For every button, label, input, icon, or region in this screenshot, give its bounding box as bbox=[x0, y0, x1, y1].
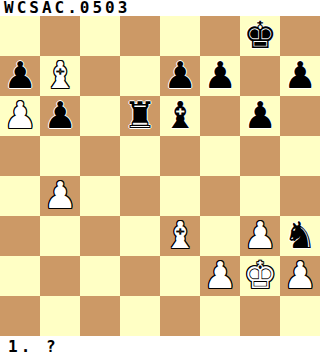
square-g8[interactable]: ♚ bbox=[240, 16, 280, 56]
puzzle-title: WCSAC.0503 bbox=[4, 0, 130, 16]
square-d7[interactable] bbox=[120, 56, 160, 96]
move-prompt: 1. ? bbox=[8, 337, 59, 360]
square-f8[interactable] bbox=[200, 16, 240, 56]
square-e2[interactable] bbox=[160, 256, 200, 296]
black-king: ♚ bbox=[243, 16, 276, 56]
square-b4[interactable]: ♟ bbox=[40, 176, 80, 216]
square-b7[interactable]: ♝ bbox=[40, 56, 80, 96]
square-c2[interactable] bbox=[80, 256, 120, 296]
square-e5[interactable] bbox=[160, 136, 200, 176]
black-pawn: ♟ bbox=[163, 56, 196, 96]
square-a3[interactable] bbox=[0, 216, 40, 256]
white-pawn: ♟ bbox=[283, 256, 316, 296]
square-c3[interactable] bbox=[80, 216, 120, 256]
square-c6[interactable] bbox=[80, 96, 120, 136]
black-rook: ♜ bbox=[123, 96, 156, 136]
square-e7[interactable]: ♟ bbox=[160, 56, 200, 96]
square-b2[interactable] bbox=[40, 256, 80, 296]
square-h5[interactable] bbox=[280, 136, 320, 176]
square-g2[interactable]: ♚ bbox=[240, 256, 280, 296]
square-h4[interactable] bbox=[280, 176, 320, 216]
black-bishop: ♝ bbox=[163, 96, 196, 136]
page: { "game": "chess", "position": "6k1/pB2p… bbox=[0, 0, 320, 360]
square-c1[interactable] bbox=[80, 296, 120, 336]
square-a6[interactable]: ♟ bbox=[0, 96, 40, 136]
square-e1[interactable] bbox=[160, 296, 200, 336]
square-h8[interactable] bbox=[280, 16, 320, 56]
square-g7[interactable] bbox=[240, 56, 280, 96]
square-a4[interactable] bbox=[0, 176, 40, 216]
square-b8[interactable] bbox=[40, 16, 80, 56]
white-bishop: ♝ bbox=[163, 216, 196, 256]
square-c7[interactable] bbox=[80, 56, 120, 96]
square-h6[interactable] bbox=[280, 96, 320, 136]
square-e6[interactable]: ♝ bbox=[160, 96, 200, 136]
square-a5[interactable] bbox=[0, 136, 40, 176]
square-f6[interactable] bbox=[200, 96, 240, 136]
square-h1[interactable] bbox=[280, 296, 320, 336]
square-f5[interactable] bbox=[200, 136, 240, 176]
square-g3[interactable]: ♟ bbox=[240, 216, 280, 256]
square-d4[interactable] bbox=[120, 176, 160, 216]
square-h7[interactable]: ♟ bbox=[280, 56, 320, 96]
square-f1[interactable] bbox=[200, 296, 240, 336]
black-pawn: ♟ bbox=[43, 96, 76, 136]
black-pawn: ♟ bbox=[243, 96, 276, 136]
square-g5[interactable] bbox=[240, 136, 280, 176]
square-d3[interactable] bbox=[120, 216, 160, 256]
square-d1[interactable] bbox=[120, 296, 160, 336]
black-pawn: ♟ bbox=[203, 56, 236, 96]
square-a8[interactable] bbox=[0, 16, 40, 56]
square-h2[interactable]: ♟ bbox=[280, 256, 320, 296]
square-a1[interactable] bbox=[0, 296, 40, 336]
black-knight: ♞ bbox=[283, 216, 316, 256]
white-bishop: ♝ bbox=[43, 56, 76, 96]
white-pawn: ♟ bbox=[243, 216, 276, 256]
square-d6[interactable]: ♜ bbox=[120, 96, 160, 136]
square-e8[interactable] bbox=[160, 16, 200, 56]
square-g1[interactable] bbox=[240, 296, 280, 336]
square-d2[interactable] bbox=[120, 256, 160, 296]
chess-board: ♚♟♝♟♟♟♟♟♜♝♟♟♝♟♞♟♚♟ bbox=[0, 16, 320, 336]
square-a2[interactable] bbox=[0, 256, 40, 296]
white-pawn: ♟ bbox=[3, 96, 36, 136]
square-a7[interactable]: ♟ bbox=[0, 56, 40, 96]
square-c4[interactable] bbox=[80, 176, 120, 216]
square-b3[interactable] bbox=[40, 216, 80, 256]
square-g6[interactable]: ♟ bbox=[240, 96, 280, 136]
square-b6[interactable]: ♟ bbox=[40, 96, 80, 136]
white-king: ♚ bbox=[243, 256, 276, 296]
square-b1[interactable] bbox=[40, 296, 80, 336]
square-c5[interactable] bbox=[80, 136, 120, 176]
square-d5[interactable] bbox=[120, 136, 160, 176]
square-e4[interactable] bbox=[160, 176, 200, 216]
square-b5[interactable] bbox=[40, 136, 80, 176]
square-g4[interactable] bbox=[240, 176, 280, 216]
white-pawn: ♟ bbox=[203, 256, 236, 296]
white-pawn: ♟ bbox=[43, 176, 76, 216]
black-pawn: ♟ bbox=[3, 56, 36, 96]
square-f3[interactable] bbox=[200, 216, 240, 256]
square-h3[interactable]: ♞ bbox=[280, 216, 320, 256]
square-f2[interactable]: ♟ bbox=[200, 256, 240, 296]
square-f4[interactable] bbox=[200, 176, 240, 216]
black-pawn: ♟ bbox=[283, 56, 316, 96]
square-f7[interactable]: ♟ bbox=[200, 56, 240, 96]
square-c8[interactable] bbox=[80, 16, 120, 56]
square-d8[interactable] bbox=[120, 16, 160, 56]
square-e3[interactable]: ♝ bbox=[160, 216, 200, 256]
